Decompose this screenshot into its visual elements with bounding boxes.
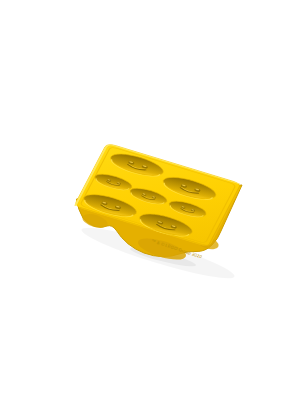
- product-photo: ™ & © LEGO Group 2020: [0, 0, 300, 400]
- photo-scene: ™ & © LEGO Group 2020: [0, 0, 300, 400]
